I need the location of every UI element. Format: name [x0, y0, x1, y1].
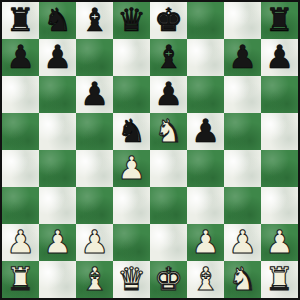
square-e7[interactable]: ♝ — [150, 39, 187, 76]
piece-black-king: ♚ — [150, 2, 187, 38]
piece-black-pawn: ♟ — [2, 39, 39, 75]
piece-black-queen: ♛ — [113, 2, 150, 38]
square-d8[interactable]: ♛ — [113, 2, 150, 39]
piece-white-bishop: ♝ — [187, 261, 224, 297]
square-d4[interactable]: ♟ — [113, 150, 150, 187]
square-b6[interactable] — [39, 76, 76, 113]
piece-black-rook: ♜ — [261, 2, 298, 38]
piece-black-knight: ♞ — [113, 113, 150, 149]
chess-board: ♜♞♝♛♚♜♟♟♝♟♟♟♟♞♞♟♟♟♟♟♟♟♟♜♝♛♚♝♞♜ — [0, 0, 300, 300]
square-g1[interactable]: ♞ — [224, 261, 261, 298]
piece-white-pawn: ♟ — [2, 224, 39, 260]
square-g6[interactable] — [224, 76, 261, 113]
square-c5[interactable] — [76, 113, 113, 150]
square-f2[interactable]: ♟ — [187, 224, 224, 261]
square-h3[interactable] — [261, 187, 298, 224]
piece-white-rook: ♜ — [261, 261, 298, 297]
square-g4[interactable] — [224, 150, 261, 187]
square-h4[interactable] — [261, 150, 298, 187]
square-h2[interactable]: ♟ — [261, 224, 298, 261]
piece-black-bishop: ♝ — [150, 39, 187, 75]
piece-black-bishop: ♝ — [76, 2, 113, 38]
piece-black-pawn: ♟ — [187, 113, 224, 149]
square-h5[interactable] — [261, 113, 298, 150]
piece-black-pawn: ♟ — [224, 39, 261, 75]
square-f5[interactable]: ♟ — [187, 113, 224, 150]
square-b1[interactable] — [39, 261, 76, 298]
square-b3[interactable] — [39, 187, 76, 224]
square-f3[interactable] — [187, 187, 224, 224]
piece-white-bishop: ♝ — [76, 261, 113, 297]
square-d1[interactable]: ♛ — [113, 261, 150, 298]
square-b2[interactable]: ♟ — [39, 224, 76, 261]
square-h8[interactable]: ♜ — [261, 2, 298, 39]
square-c7[interactable] — [76, 39, 113, 76]
square-e8[interactable]: ♚ — [150, 2, 187, 39]
square-h7[interactable]: ♟ — [261, 39, 298, 76]
square-a1[interactable]: ♜ — [2, 261, 39, 298]
square-f1[interactable]: ♝ — [187, 261, 224, 298]
square-c8[interactable]: ♝ — [76, 2, 113, 39]
square-a3[interactable] — [2, 187, 39, 224]
square-c3[interactable] — [76, 187, 113, 224]
piece-white-pawn: ♟ — [113, 150, 150, 186]
square-c2[interactable]: ♟ — [76, 224, 113, 261]
piece-black-pawn: ♟ — [261, 39, 298, 75]
square-c4[interactable] — [76, 150, 113, 187]
piece-white-knight: ♞ — [224, 261, 261, 297]
square-b7[interactable]: ♟ — [39, 39, 76, 76]
square-g8[interactable] — [224, 2, 261, 39]
square-d7[interactable] — [113, 39, 150, 76]
piece-white-pawn: ♟ — [261, 224, 298, 260]
square-g3[interactable] — [224, 187, 261, 224]
square-a2[interactable]: ♟ — [2, 224, 39, 261]
square-g5[interactable] — [224, 113, 261, 150]
piece-white-rook: ♜ — [2, 261, 39, 297]
square-e2[interactable] — [150, 224, 187, 261]
square-d6[interactable] — [113, 76, 150, 113]
piece-black-knight: ♞ — [39, 2, 76, 38]
piece-white-knight: ♞ — [150, 113, 187, 149]
square-a4[interactable] — [2, 150, 39, 187]
square-g7[interactable]: ♟ — [224, 39, 261, 76]
square-a7[interactable]: ♟ — [2, 39, 39, 76]
square-b8[interactable]: ♞ — [39, 2, 76, 39]
square-d5[interactable]: ♞ — [113, 113, 150, 150]
piece-black-pawn: ♟ — [39, 39, 76, 75]
square-b5[interactable] — [39, 113, 76, 150]
square-c6[interactable]: ♟ — [76, 76, 113, 113]
square-g2[interactable]: ♟ — [224, 224, 261, 261]
piece-white-pawn: ♟ — [39, 224, 76, 260]
square-c1[interactable]: ♝ — [76, 261, 113, 298]
piece-white-queen: ♛ — [113, 261, 150, 297]
square-d3[interactable] — [113, 187, 150, 224]
piece-white-pawn: ♟ — [224, 224, 261, 260]
square-b4[interactable] — [39, 150, 76, 187]
piece-black-pawn: ♟ — [150, 76, 187, 112]
square-e3[interactable] — [150, 187, 187, 224]
square-e5[interactable]: ♞ — [150, 113, 187, 150]
square-e6[interactable]: ♟ — [150, 76, 187, 113]
square-e1[interactable]: ♚ — [150, 261, 187, 298]
piece-black-pawn: ♟ — [76, 76, 113, 112]
square-a6[interactable] — [2, 76, 39, 113]
square-e4[interactable] — [150, 150, 187, 187]
square-a8[interactable]: ♜ — [2, 2, 39, 39]
piece-black-rook: ♜ — [2, 2, 39, 38]
piece-white-king: ♚ — [150, 261, 187, 297]
square-h1[interactable]: ♜ — [261, 261, 298, 298]
square-f7[interactable] — [187, 39, 224, 76]
piece-white-pawn: ♟ — [187, 224, 224, 260]
piece-white-pawn: ♟ — [76, 224, 113, 260]
square-f6[interactable] — [187, 76, 224, 113]
square-a5[interactable] — [2, 113, 39, 150]
square-d2[interactable] — [113, 224, 150, 261]
square-f8[interactable] — [187, 2, 224, 39]
square-f4[interactable] — [187, 150, 224, 187]
square-h6[interactable] — [261, 76, 298, 113]
